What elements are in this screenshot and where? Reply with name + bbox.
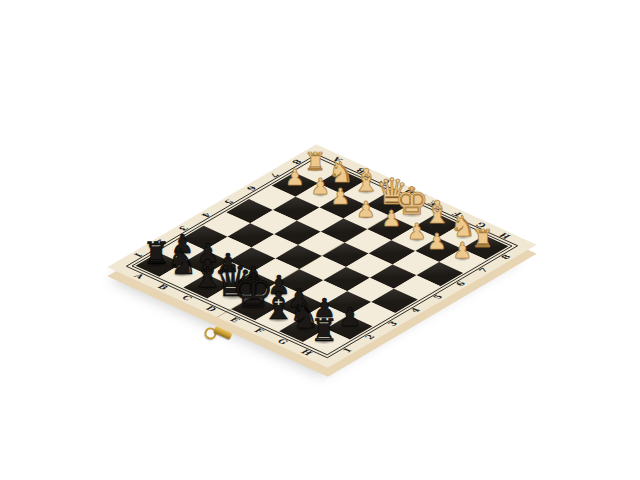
rank-label-4-left: 4 (189, 207, 222, 223)
piece-white-bishop-f8[interactable]: ♝ (423, 198, 451, 229)
piece-black-rook-h1[interactable]: ♜ (310, 316, 338, 347)
piece-white-pawn-b7[interactable]: ♟ (311, 176, 331, 198)
rank-label-3-right: 3 (376, 316, 409, 332)
rank-label-8-right: 8 (490, 249, 523, 265)
piece-white-pawn-a7[interactable]: ♟ (285, 167, 305, 189)
piece-white-pawn-e7[interactable]: ♟ (382, 208, 402, 230)
piece-white-knight-b8[interactable]: ♞ (328, 158, 354, 187)
rank-label-7-right: 7 (467, 262, 500, 278)
piece-white-rook-a8[interactable]: ♜ (304, 148, 326, 173)
rank-label-6-right: 6 (444, 276, 477, 292)
rank-label-6-left: 6 (235, 180, 268, 196)
piece-white-pawn-d7[interactable]: ♟ (356, 199, 376, 221)
piece-white-pawn-h7[interactable]: ♟ (453, 240, 473, 262)
rank-label-4-right: 4 (399, 302, 432, 318)
chess-set-product-photo: AABBCCDDEEFFGGHH8877665544332211 ♜♞♝♛♚♝♞… (0, 0, 640, 480)
piece-black-pawn-h2[interactable]: ♟ (338, 304, 361, 330)
piece-white-pawn-c7[interactable]: ♟ (330, 186, 350, 208)
piece-white-pawn-g7[interactable]: ♟ (427, 231, 447, 253)
piece-white-rook-h8[interactable]: ♜ (471, 225, 493, 250)
piece-white-pawn-f7[interactable]: ♟ (407, 221, 427, 243)
rank-label-5-left: 5 (212, 194, 245, 210)
rank-label-5-right: 5 (422, 289, 455, 305)
